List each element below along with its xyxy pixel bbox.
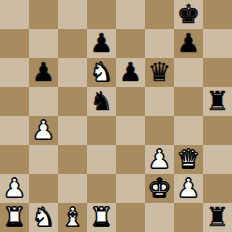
square-h8[interactable] [203, 0, 232, 29]
black-pawn-b6[interactable]: ♟ [32, 58, 55, 87]
black-rook-h5[interactable]: ♜ [206, 87, 229, 116]
white-rook-a1[interactable]: ♜ [3, 203, 26, 232]
black-pawn-g7[interactable]: ♟ [177, 29, 200, 58]
square-c2[interactable] [58, 174, 87, 203]
square-e6[interactable]: ♟ [116, 58, 145, 87]
square-b1[interactable]: ♞ [29, 203, 58, 232]
white-pawn-a2[interactable]: ♟ [3, 174, 26, 203]
square-b2[interactable] [29, 174, 58, 203]
square-h5[interactable]: ♜ [203, 87, 232, 116]
square-g7[interactable]: ♟ [174, 29, 203, 58]
square-c3[interactable] [58, 145, 87, 174]
white-knight-b1[interactable]: ♞ [32, 203, 55, 232]
square-b6[interactable]: ♟ [29, 58, 58, 87]
square-g6[interactable] [174, 58, 203, 87]
black-pawn-d7[interactable]: ♟ [90, 29, 113, 58]
square-e2[interactable] [116, 174, 145, 203]
square-b4[interactable]: ♟ [29, 116, 58, 145]
square-a7[interactable] [0, 29, 29, 58]
black-king-g8[interactable]: ♚ [177, 0, 200, 29]
square-h1[interactable]: ♜ [203, 203, 232, 232]
square-h4[interactable] [203, 116, 232, 145]
square-f8[interactable] [145, 0, 174, 29]
square-g2[interactable]: ♟ [174, 174, 203, 203]
square-g5[interactable] [174, 87, 203, 116]
square-g3[interactable]: ♛ [174, 145, 203, 174]
white-knight-d6[interactable]: ♞ [90, 58, 113, 87]
square-c5[interactable] [58, 87, 87, 116]
square-d7[interactable]: ♟ [87, 29, 116, 58]
square-b3[interactable] [29, 145, 58, 174]
black-queen-f6[interactable]: ♛ [148, 58, 171, 87]
square-f6[interactable]: ♛ [145, 58, 174, 87]
square-a6[interactable] [0, 58, 29, 87]
white-pawn-f3[interactable]: ♟ [148, 145, 171, 174]
white-pawn-b4[interactable]: ♟ [32, 116, 55, 145]
square-d8[interactable] [87, 0, 116, 29]
square-c4[interactable] [58, 116, 87, 145]
square-h3[interactable] [203, 145, 232, 174]
chess-board: ♚♟♟♟♞♟♛♞♜♟♟♛♟♚♟♜♞♝♜♜ [0, 0, 232, 232]
white-bishop-c1[interactable]: ♝ [61, 203, 84, 232]
square-d1[interactable]: ♜ [87, 203, 116, 232]
square-f7[interactable] [145, 29, 174, 58]
white-rook-d1[interactable]: ♜ [90, 203, 113, 232]
black-pawn-e6[interactable]: ♟ [119, 58, 142, 87]
square-e7[interactable] [116, 29, 145, 58]
square-h7[interactable] [203, 29, 232, 58]
square-b5[interactable] [29, 87, 58, 116]
square-e1[interactable] [116, 203, 145, 232]
square-e3[interactable] [116, 145, 145, 174]
square-d2[interactable] [87, 174, 116, 203]
square-g4[interactable] [174, 116, 203, 145]
square-f5[interactable] [145, 87, 174, 116]
white-king-f2[interactable]: ♚ [148, 174, 171, 203]
square-d4[interactable] [87, 116, 116, 145]
square-f2[interactable]: ♚ [145, 174, 174, 203]
square-c1[interactable]: ♝ [58, 203, 87, 232]
square-c8[interactable] [58, 0, 87, 29]
square-g1[interactable] [174, 203, 203, 232]
square-c6[interactable] [58, 58, 87, 87]
square-a5[interactable] [0, 87, 29, 116]
square-a2[interactable]: ♟ [0, 174, 29, 203]
square-h2[interactable] [203, 174, 232, 203]
square-e8[interactable] [116, 0, 145, 29]
square-e5[interactable] [116, 87, 145, 116]
white-pawn-g2[interactable]: ♟ [177, 174, 200, 203]
square-d5[interactable]: ♞ [87, 87, 116, 116]
square-a4[interactable] [0, 116, 29, 145]
square-a3[interactable] [0, 145, 29, 174]
white-queen-g3[interactable]: ♛ [177, 145, 200, 174]
square-f1[interactable] [145, 203, 174, 232]
square-a1[interactable]: ♜ [0, 203, 29, 232]
square-h6[interactable] [203, 58, 232, 87]
black-knight-d5[interactable]: ♞ [90, 87, 113, 116]
square-a8[interactable] [0, 0, 29, 29]
square-b8[interactable] [29, 0, 58, 29]
square-c7[interactable] [58, 29, 87, 58]
square-f4[interactable] [145, 116, 174, 145]
square-g8[interactable]: ♚ [174, 0, 203, 29]
square-f3[interactable]: ♟ [145, 145, 174, 174]
square-d6[interactable]: ♞ [87, 58, 116, 87]
black-rook-h1[interactable]: ♜ [206, 203, 229, 232]
square-d3[interactable] [87, 145, 116, 174]
square-e4[interactable] [116, 116, 145, 145]
square-b7[interactable] [29, 29, 58, 58]
